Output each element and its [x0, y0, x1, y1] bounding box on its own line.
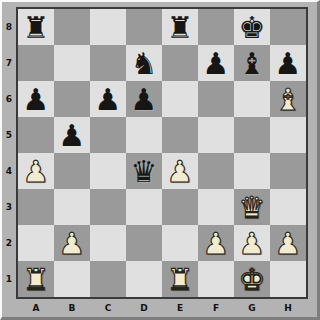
square-f5[interactable] — [198, 117, 234, 153]
square-c2[interactable] — [90, 225, 126, 261]
square-c3[interactable] — [90, 189, 126, 225]
square-h8[interactable] — [270, 9, 306, 45]
square-e5[interactable] — [162, 117, 198, 153]
white-pawn-piece[interactable]: ♟ — [198, 225, 234, 261]
black-king-piece[interactable]: ♚ — [234, 9, 270, 45]
white-rook-piece[interactable]: ♜ — [18, 261, 54, 297]
square-d8[interactable] — [126, 9, 162, 45]
rank-label-1: 1 — [2, 261, 16, 297]
file-label-b: B — [54, 301, 90, 316]
square-g1[interactable]: ♚ — [234, 261, 270, 297]
square-a4[interactable]: ♟ — [18, 153, 54, 189]
square-g2[interactable]: ♟ — [234, 225, 270, 261]
file-label-g: G — [234, 301, 270, 316]
square-e3[interactable] — [162, 189, 198, 225]
square-h1[interactable] — [270, 261, 306, 297]
white-king-piece[interactable]: ♚ — [234, 261, 270, 297]
square-c7[interactable] — [90, 45, 126, 81]
square-c1[interactable] — [90, 261, 126, 297]
square-b5[interactable]: ♟ — [54, 117, 90, 153]
square-g7[interactable]: ♝ — [234, 45, 270, 81]
black-pawn-piece[interactable]: ♟ — [54, 117, 90, 153]
file-label-h: H — [270, 301, 306, 316]
board-grid: ♜♜♚♞♟♝♟♟♟♟♝♟♟♛♟♛♟♟♟♟♜♜♚ — [18, 9, 306, 297]
square-g6[interactable] — [234, 81, 270, 117]
square-a6[interactable]: ♟ — [18, 81, 54, 117]
black-pawn-piece[interactable]: ♟ — [270, 45, 306, 81]
white-pawn-piece[interactable]: ♟ — [270, 225, 306, 261]
file-label-c: C — [90, 301, 126, 316]
square-f1[interactable] — [198, 261, 234, 297]
square-e8[interactable]: ♜ — [162, 9, 198, 45]
square-h3[interactable] — [270, 189, 306, 225]
square-f7[interactable]: ♟ — [198, 45, 234, 81]
file-labels: A B C D E F G H — [18, 301, 306, 316]
square-h5[interactable] — [270, 117, 306, 153]
black-rook-piece[interactable]: ♜ — [18, 9, 54, 45]
square-b8[interactable] — [54, 9, 90, 45]
square-d2[interactable] — [126, 225, 162, 261]
white-rook-piece[interactable]: ♜ — [162, 261, 198, 297]
white-pawn-piece[interactable]: ♟ — [54, 225, 90, 261]
square-b7[interactable] — [54, 45, 90, 81]
square-a3[interactable] — [18, 189, 54, 225]
square-g3[interactable]: ♛ — [234, 189, 270, 225]
square-d5[interactable] — [126, 117, 162, 153]
black-pawn-piece[interactable]: ♟ — [126, 81, 162, 117]
rank-label-5: 5 — [2, 117, 16, 153]
black-bishop-piece[interactable]: ♝ — [234, 45, 270, 81]
square-a1[interactable]: ♜ — [18, 261, 54, 297]
square-c4[interactable] — [90, 153, 126, 189]
square-h6[interactable]: ♝ — [270, 81, 306, 117]
square-f8[interactable] — [198, 9, 234, 45]
square-g4[interactable] — [234, 153, 270, 189]
square-b4[interactable] — [54, 153, 90, 189]
black-pawn-piece[interactable]: ♟ — [198, 45, 234, 81]
square-d1[interactable] — [126, 261, 162, 297]
board-frame: ♜♜♚♞♟♝♟♟♟♟♝♟♟♛♟♛♟♟♟♟♜♜♚ — [16, 7, 308, 299]
square-b1[interactable] — [54, 261, 90, 297]
square-f2[interactable]: ♟ — [198, 225, 234, 261]
file-label-d: D — [126, 301, 162, 316]
black-queen-piece[interactable]: ♛ — [126, 153, 162, 189]
file-label-e: E — [162, 301, 198, 316]
rank-label-4: 4 — [2, 153, 16, 189]
square-e7[interactable] — [162, 45, 198, 81]
square-b3[interactable] — [54, 189, 90, 225]
square-f4[interactable] — [198, 153, 234, 189]
white-pawn-piece[interactable]: ♟ — [162, 153, 198, 189]
square-f3[interactable] — [198, 189, 234, 225]
black-pawn-piece[interactable]: ♟ — [90, 81, 126, 117]
black-knight-piece[interactable]: ♞ — [126, 45, 162, 81]
white-pawn-piece[interactable]: ♟ — [234, 225, 270, 261]
rank-label-8: 8 — [2, 9, 16, 45]
rank-label-2: 2 — [2, 225, 16, 261]
square-a8[interactable]: ♜ — [18, 9, 54, 45]
square-g8[interactable]: ♚ — [234, 9, 270, 45]
rank-label-7: 7 — [2, 45, 16, 81]
square-b2[interactable]: ♟ — [54, 225, 90, 261]
square-c8[interactable] — [90, 9, 126, 45]
square-g5[interactable] — [234, 117, 270, 153]
black-pawn-piece[interactable]: ♟ — [18, 81, 54, 117]
white-queen-piece[interactable]: ♛ — [234, 189, 270, 225]
file-label-f: F — [198, 301, 234, 316]
square-e4[interactable]: ♟ — [162, 153, 198, 189]
file-label-a: A — [18, 301, 54, 316]
square-b6[interactable] — [54, 81, 90, 117]
square-a5[interactable] — [18, 117, 54, 153]
square-e6[interactable] — [162, 81, 198, 117]
square-a7[interactable] — [18, 45, 54, 81]
black-rook-piece[interactable]: ♜ — [162, 9, 198, 45]
square-e1[interactable]: ♜ — [162, 261, 198, 297]
white-pawn-piece[interactable]: ♟ — [18, 153, 54, 189]
square-h4[interactable] — [270, 153, 306, 189]
square-d7[interactable]: ♞ — [126, 45, 162, 81]
rank-label-3: 3 — [2, 189, 16, 225]
square-a2[interactable] — [18, 225, 54, 261]
chess-board-diagram: 8 7 6 5 4 3 2 1 ♜♜♚♞♟♝♟♟♟♟♝♟♟♛♟♛♟♟♟♟♜♜♚ … — [0, 0, 320, 320]
square-d4[interactable]: ♛ — [126, 153, 162, 189]
square-h2[interactable]: ♟ — [270, 225, 306, 261]
square-h7[interactable]: ♟ — [270, 45, 306, 81]
rank-labels: 8 7 6 5 4 3 2 1 — [2, 9, 16, 297]
square-e2[interactable] — [162, 225, 198, 261]
square-c6[interactable]: ♟ — [90, 81, 126, 117]
square-f6[interactable] — [198, 81, 234, 117]
square-d6[interactable]: ♟ — [126, 81, 162, 117]
square-c5[interactable] — [90, 117, 126, 153]
white-bishop-piece[interactable]: ♝ — [270, 81, 306, 117]
square-d3[interactable] — [126, 189, 162, 225]
rank-label-6: 6 — [2, 81, 16, 117]
